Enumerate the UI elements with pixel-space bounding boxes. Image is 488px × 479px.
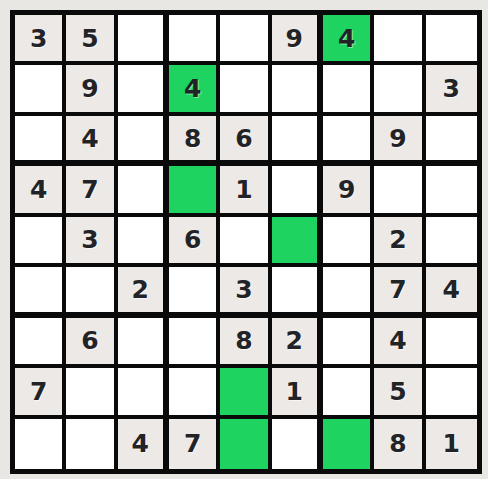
cell-r3c9[interactable] <box>426 116 477 166</box>
cell-r4c2[interactable]: 7 <box>66 166 117 216</box>
cell-r7c8[interactable]: 4 <box>374 318 425 368</box>
cell-r5c6[interactable] <box>272 217 323 267</box>
cell-r7c4[interactable] <box>169 318 220 368</box>
cell-r3c2[interactable]: 4 <box>66 116 117 166</box>
cell-r5c5[interactable] <box>220 217 271 267</box>
cell-r6c1[interactable] <box>15 267 66 317</box>
cell-r8c1[interactable]: 7 <box>15 368 66 418</box>
cell-r2c4[interactable]: 4 <box>169 65 220 115</box>
cell-r2c1[interactable] <box>15 65 66 115</box>
cell-r6c5[interactable]: 3 <box>220 267 271 317</box>
cell-r6c6[interactable] <box>272 267 323 317</box>
cell-r8c3[interactable] <box>118 368 169 418</box>
cell-r5c1[interactable] <box>15 217 66 267</box>
cell-r9c9[interactable]: 1 <box>426 419 477 469</box>
cell-r4c4[interactable] <box>169 166 220 216</box>
sudoku-board: 359494348694719362237468247154781 <box>10 10 482 474</box>
cell-r8c6[interactable]: 1 <box>272 368 323 418</box>
cell-r9c6[interactable] <box>272 419 323 469</box>
cell-r2c9[interactable]: 3 <box>426 65 477 115</box>
cell-r8c4[interactable] <box>169 368 220 418</box>
cell-r1c7[interactable]: 4 <box>323 15 374 65</box>
cell-r6c4[interactable] <box>169 267 220 317</box>
cell-r6c2[interactable] <box>66 267 117 317</box>
cell-r5c2[interactable]: 3 <box>66 217 117 267</box>
cell-r1c4[interactable] <box>169 15 220 65</box>
cell-r3c4[interactable]: 8 <box>169 116 220 166</box>
cell-r7c3[interactable] <box>118 318 169 368</box>
cell-r2c2[interactable]: 9 <box>66 65 117 115</box>
cell-r6c8[interactable]: 7 <box>374 267 425 317</box>
cell-r5c3[interactable] <box>118 217 169 267</box>
cell-r6c7[interactable] <box>323 267 374 317</box>
cell-r3c8[interactable]: 9 <box>374 116 425 166</box>
cell-r1c9[interactable] <box>426 15 477 65</box>
cell-r2c6[interactable] <box>272 65 323 115</box>
cell-r3c6[interactable] <box>272 116 323 166</box>
cell-r8c9[interactable] <box>426 368 477 418</box>
cell-r6c9[interactable]: 4 <box>426 267 477 317</box>
cell-r4c6[interactable] <box>272 166 323 216</box>
cell-r1c6[interactable]: 9 <box>272 15 323 65</box>
cell-r3c5[interactable]: 6 <box>220 116 271 166</box>
cell-r8c8[interactable]: 5 <box>374 368 425 418</box>
cell-r3c1[interactable] <box>15 116 66 166</box>
cell-r7c2[interactable]: 6 <box>66 318 117 368</box>
cell-r1c3[interactable] <box>118 15 169 65</box>
cell-r1c2[interactable]: 5 <box>66 15 117 65</box>
cell-r7c5[interactable]: 8 <box>220 318 271 368</box>
cell-r9c2[interactable] <box>66 419 117 469</box>
cell-r1c1[interactable]: 3 <box>15 15 66 65</box>
cell-r2c8[interactable] <box>374 65 425 115</box>
cell-r9c5[interactable] <box>220 419 271 469</box>
cell-r7c1[interactable] <box>15 318 66 368</box>
cell-r4c8[interactable] <box>374 166 425 216</box>
cell-r3c3[interactable] <box>118 116 169 166</box>
cell-r2c7[interactable] <box>323 65 374 115</box>
cell-r7c7[interactable] <box>323 318 374 368</box>
cell-r5c9[interactable] <box>426 217 477 267</box>
cell-r2c5[interactable] <box>220 65 271 115</box>
cell-r9c3[interactable]: 4 <box>118 419 169 469</box>
cell-r7c6[interactable]: 2 <box>272 318 323 368</box>
cell-r2c3[interactable] <box>118 65 169 115</box>
cell-r6c3[interactable]: 2 <box>118 267 169 317</box>
cell-r1c8[interactable] <box>374 15 425 65</box>
cell-r9c8[interactable]: 8 <box>374 419 425 469</box>
cell-r9c7[interactable] <box>323 419 374 469</box>
cell-r8c7[interactable] <box>323 368 374 418</box>
cell-r5c4[interactable]: 6 <box>169 217 220 267</box>
cell-r7c9[interactable] <box>426 318 477 368</box>
cell-r4c1[interactable]: 4 <box>15 166 66 216</box>
cell-r8c5[interactable] <box>220 368 271 418</box>
cell-r4c7[interactable]: 9 <box>323 166 374 216</box>
cell-r8c2[interactable] <box>66 368 117 418</box>
cell-r1c5[interactable] <box>220 15 271 65</box>
cell-r4c9[interactable] <box>426 166 477 216</box>
cell-r5c7[interactable] <box>323 217 374 267</box>
cell-r4c5[interactable]: 1 <box>220 166 271 216</box>
cell-r9c1[interactable] <box>15 419 66 469</box>
cell-r9c4[interactable]: 7 <box>169 419 220 469</box>
cell-r5c8[interactable]: 2 <box>374 217 425 267</box>
cell-r3c7[interactable] <box>323 116 374 166</box>
cell-r4c3[interactable] <box>118 166 169 216</box>
